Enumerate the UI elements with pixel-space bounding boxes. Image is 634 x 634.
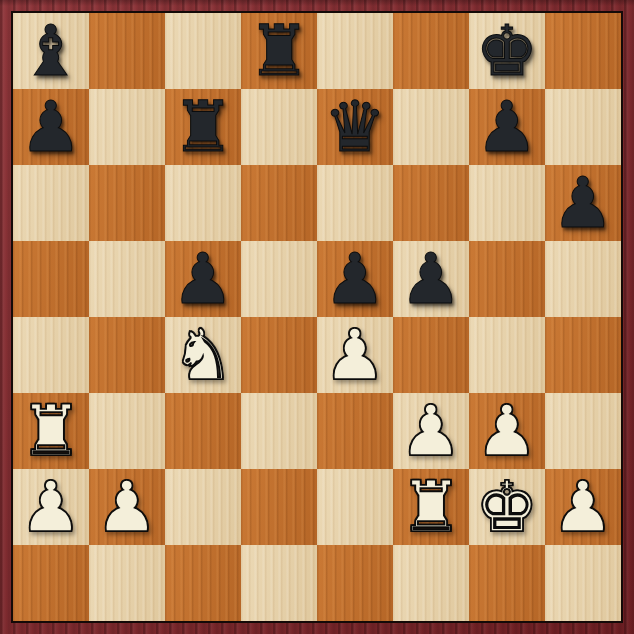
square-b4[interactable] xyxy=(89,317,165,393)
square-d5[interactable] xyxy=(241,241,317,317)
square-f8[interactable] xyxy=(393,13,469,89)
square-g1[interactable] xyxy=(469,545,545,621)
square-b7[interactable] xyxy=(89,89,165,165)
square-a8[interactable]: ♝ xyxy=(13,13,89,89)
square-f6[interactable] xyxy=(393,165,469,241)
piece-white-rook[interactable]: ♜ xyxy=(20,393,83,469)
piece-black-pawn[interactable]: ♟ xyxy=(20,89,83,165)
square-h3[interactable] xyxy=(545,393,621,469)
square-h6[interactable]: ♟ xyxy=(545,165,621,241)
square-e5[interactable]: ♟ xyxy=(317,241,393,317)
square-e3[interactable] xyxy=(317,393,393,469)
piece-black-bishop[interactable]: ♝ xyxy=(20,13,83,89)
square-g8[interactable]: ♚ xyxy=(469,13,545,89)
square-g2[interactable]: ♚ xyxy=(469,469,545,545)
board-frame: ♝♜♚♟♜♛♟♟♟♟♟♞♟♜♟♟♟♟♜♚♟ xyxy=(0,0,634,634)
square-c5[interactable]: ♟ xyxy=(165,241,241,317)
square-d6[interactable] xyxy=(241,165,317,241)
piece-black-rook[interactable]: ♜ xyxy=(248,13,311,89)
square-e8[interactable] xyxy=(317,13,393,89)
piece-white-pawn[interactable]: ♟ xyxy=(96,469,159,545)
piece-black-pawn[interactable]: ♟ xyxy=(552,165,615,241)
square-f7[interactable] xyxy=(393,89,469,165)
square-a4[interactable] xyxy=(13,317,89,393)
square-h7[interactable] xyxy=(545,89,621,165)
square-b8[interactable] xyxy=(89,13,165,89)
piece-black-king[interactable]: ♚ xyxy=(476,13,539,89)
piece-white-pawn[interactable]: ♟ xyxy=(476,393,539,469)
square-c4[interactable]: ♞ xyxy=(165,317,241,393)
square-g3[interactable]: ♟ xyxy=(469,393,545,469)
square-g5[interactable] xyxy=(469,241,545,317)
square-c1[interactable] xyxy=(165,545,241,621)
square-a1[interactable] xyxy=(13,545,89,621)
square-g7[interactable]: ♟ xyxy=(469,89,545,165)
square-c8[interactable] xyxy=(165,13,241,89)
piece-black-rook[interactable]: ♜ xyxy=(172,89,235,165)
square-c6[interactable] xyxy=(165,165,241,241)
square-b5[interactable] xyxy=(89,241,165,317)
square-b2[interactable]: ♟ xyxy=(89,469,165,545)
piece-black-pawn[interactable]: ♟ xyxy=(324,241,387,317)
square-a2[interactable]: ♟ xyxy=(13,469,89,545)
square-a3[interactable]: ♜ xyxy=(13,393,89,469)
square-h5[interactable] xyxy=(545,241,621,317)
piece-black-pawn[interactable]: ♟ xyxy=(172,241,235,317)
piece-white-king[interactable]: ♚ xyxy=(476,469,539,545)
square-c3[interactable] xyxy=(165,393,241,469)
square-b6[interactable] xyxy=(89,165,165,241)
square-d7[interactable] xyxy=(241,89,317,165)
piece-black-pawn[interactable]: ♟ xyxy=(476,89,539,165)
square-b1[interactable] xyxy=(89,545,165,621)
piece-white-pawn[interactable]: ♟ xyxy=(324,317,387,393)
square-c7[interactable]: ♜ xyxy=(165,89,241,165)
square-d3[interactable] xyxy=(241,393,317,469)
square-d1[interactable] xyxy=(241,545,317,621)
square-f5[interactable]: ♟ xyxy=(393,241,469,317)
square-f1[interactable] xyxy=(393,545,469,621)
square-h8[interactable] xyxy=(545,13,621,89)
square-h2[interactable]: ♟ xyxy=(545,469,621,545)
piece-white-knight[interactable]: ♞ xyxy=(172,317,235,393)
square-f4[interactable] xyxy=(393,317,469,393)
square-e2[interactable] xyxy=(317,469,393,545)
square-e6[interactable] xyxy=(317,165,393,241)
piece-white-pawn[interactable]: ♟ xyxy=(552,469,615,545)
square-b3[interactable] xyxy=(89,393,165,469)
square-f2[interactable]: ♜ xyxy=(393,469,469,545)
square-a5[interactable] xyxy=(13,241,89,317)
square-h1[interactable] xyxy=(545,545,621,621)
piece-white-pawn[interactable]: ♟ xyxy=(400,393,463,469)
piece-black-queen[interactable]: ♛ xyxy=(324,89,387,165)
square-a7[interactable]: ♟ xyxy=(13,89,89,165)
square-d8[interactable]: ♜ xyxy=(241,13,317,89)
square-h4[interactable] xyxy=(545,317,621,393)
square-c2[interactable] xyxy=(165,469,241,545)
square-g6[interactable] xyxy=(469,165,545,241)
piece-white-pawn[interactable]: ♟ xyxy=(20,469,83,545)
square-e4[interactable]: ♟ xyxy=(317,317,393,393)
square-e7[interactable]: ♛ xyxy=(317,89,393,165)
piece-black-pawn[interactable]: ♟ xyxy=(400,241,463,317)
square-d2[interactable] xyxy=(241,469,317,545)
square-e1[interactable] xyxy=(317,545,393,621)
piece-white-rook[interactable]: ♜ xyxy=(400,469,463,545)
square-d4[interactable] xyxy=(241,317,317,393)
chess-board: ♝♜♚♟♜♛♟♟♟♟♟♞♟♜♟♟♟♟♜♚♟ xyxy=(11,11,623,623)
square-g4[interactable] xyxy=(469,317,545,393)
square-a6[interactable] xyxy=(13,165,89,241)
square-f3[interactable]: ♟ xyxy=(393,393,469,469)
